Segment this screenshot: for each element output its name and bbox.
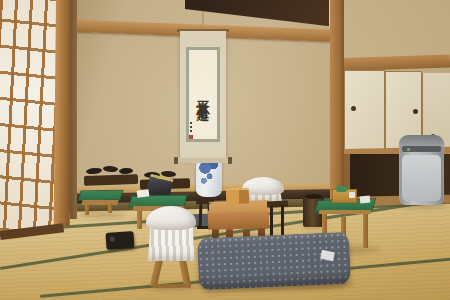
slipper-tray: [84, 174, 138, 186]
fusuma-door-left: [344, 70, 385, 150]
air-purifier: [399, 135, 444, 205]
zabuton-cushion: [197, 232, 351, 291]
white-cup: [349, 192, 355, 198]
green-item: [336, 186, 347, 192]
fusuma-handle: [413, 109, 418, 114]
wastebasket-rim: [305, 194, 322, 199]
closet-beam: [342, 55, 450, 71]
camera: [105, 231, 134, 250]
shogi-match-room-photo: 平常心是道: [0, 0, 450, 300]
piece-box: [226, 188, 250, 205]
table-leg: [137, 211, 142, 229]
table-leg: [85, 205, 89, 215]
side-table-right-apron: [318, 210, 371, 214]
scroll-signature: [190, 122, 192, 133]
corner-pillar: [330, 0, 344, 210]
closet-upper-wall: [344, 0, 450, 62]
white-item-on-table: [360, 195, 371, 203]
camera-lens: [110, 236, 115, 241]
roller-knob: [174, 157, 178, 164]
scroll-red-seal: [189, 135, 193, 139]
air-purifier-front-panel: [402, 155, 441, 201]
table-leg: [108, 204, 112, 213]
wall-corner-shadow: [70, 0, 77, 219]
roller-knob: [228, 157, 232, 164]
table-leg: [363, 213, 368, 248]
fusuma-handle: [351, 106, 356, 111]
komadai-leg: [281, 205, 284, 238]
stand-foot-bar: [155, 284, 191, 289]
air-purifier-led: [407, 148, 410, 151]
komadai-leg: [270, 206, 273, 237]
scroll-bottom-roller: [175, 158, 231, 163]
